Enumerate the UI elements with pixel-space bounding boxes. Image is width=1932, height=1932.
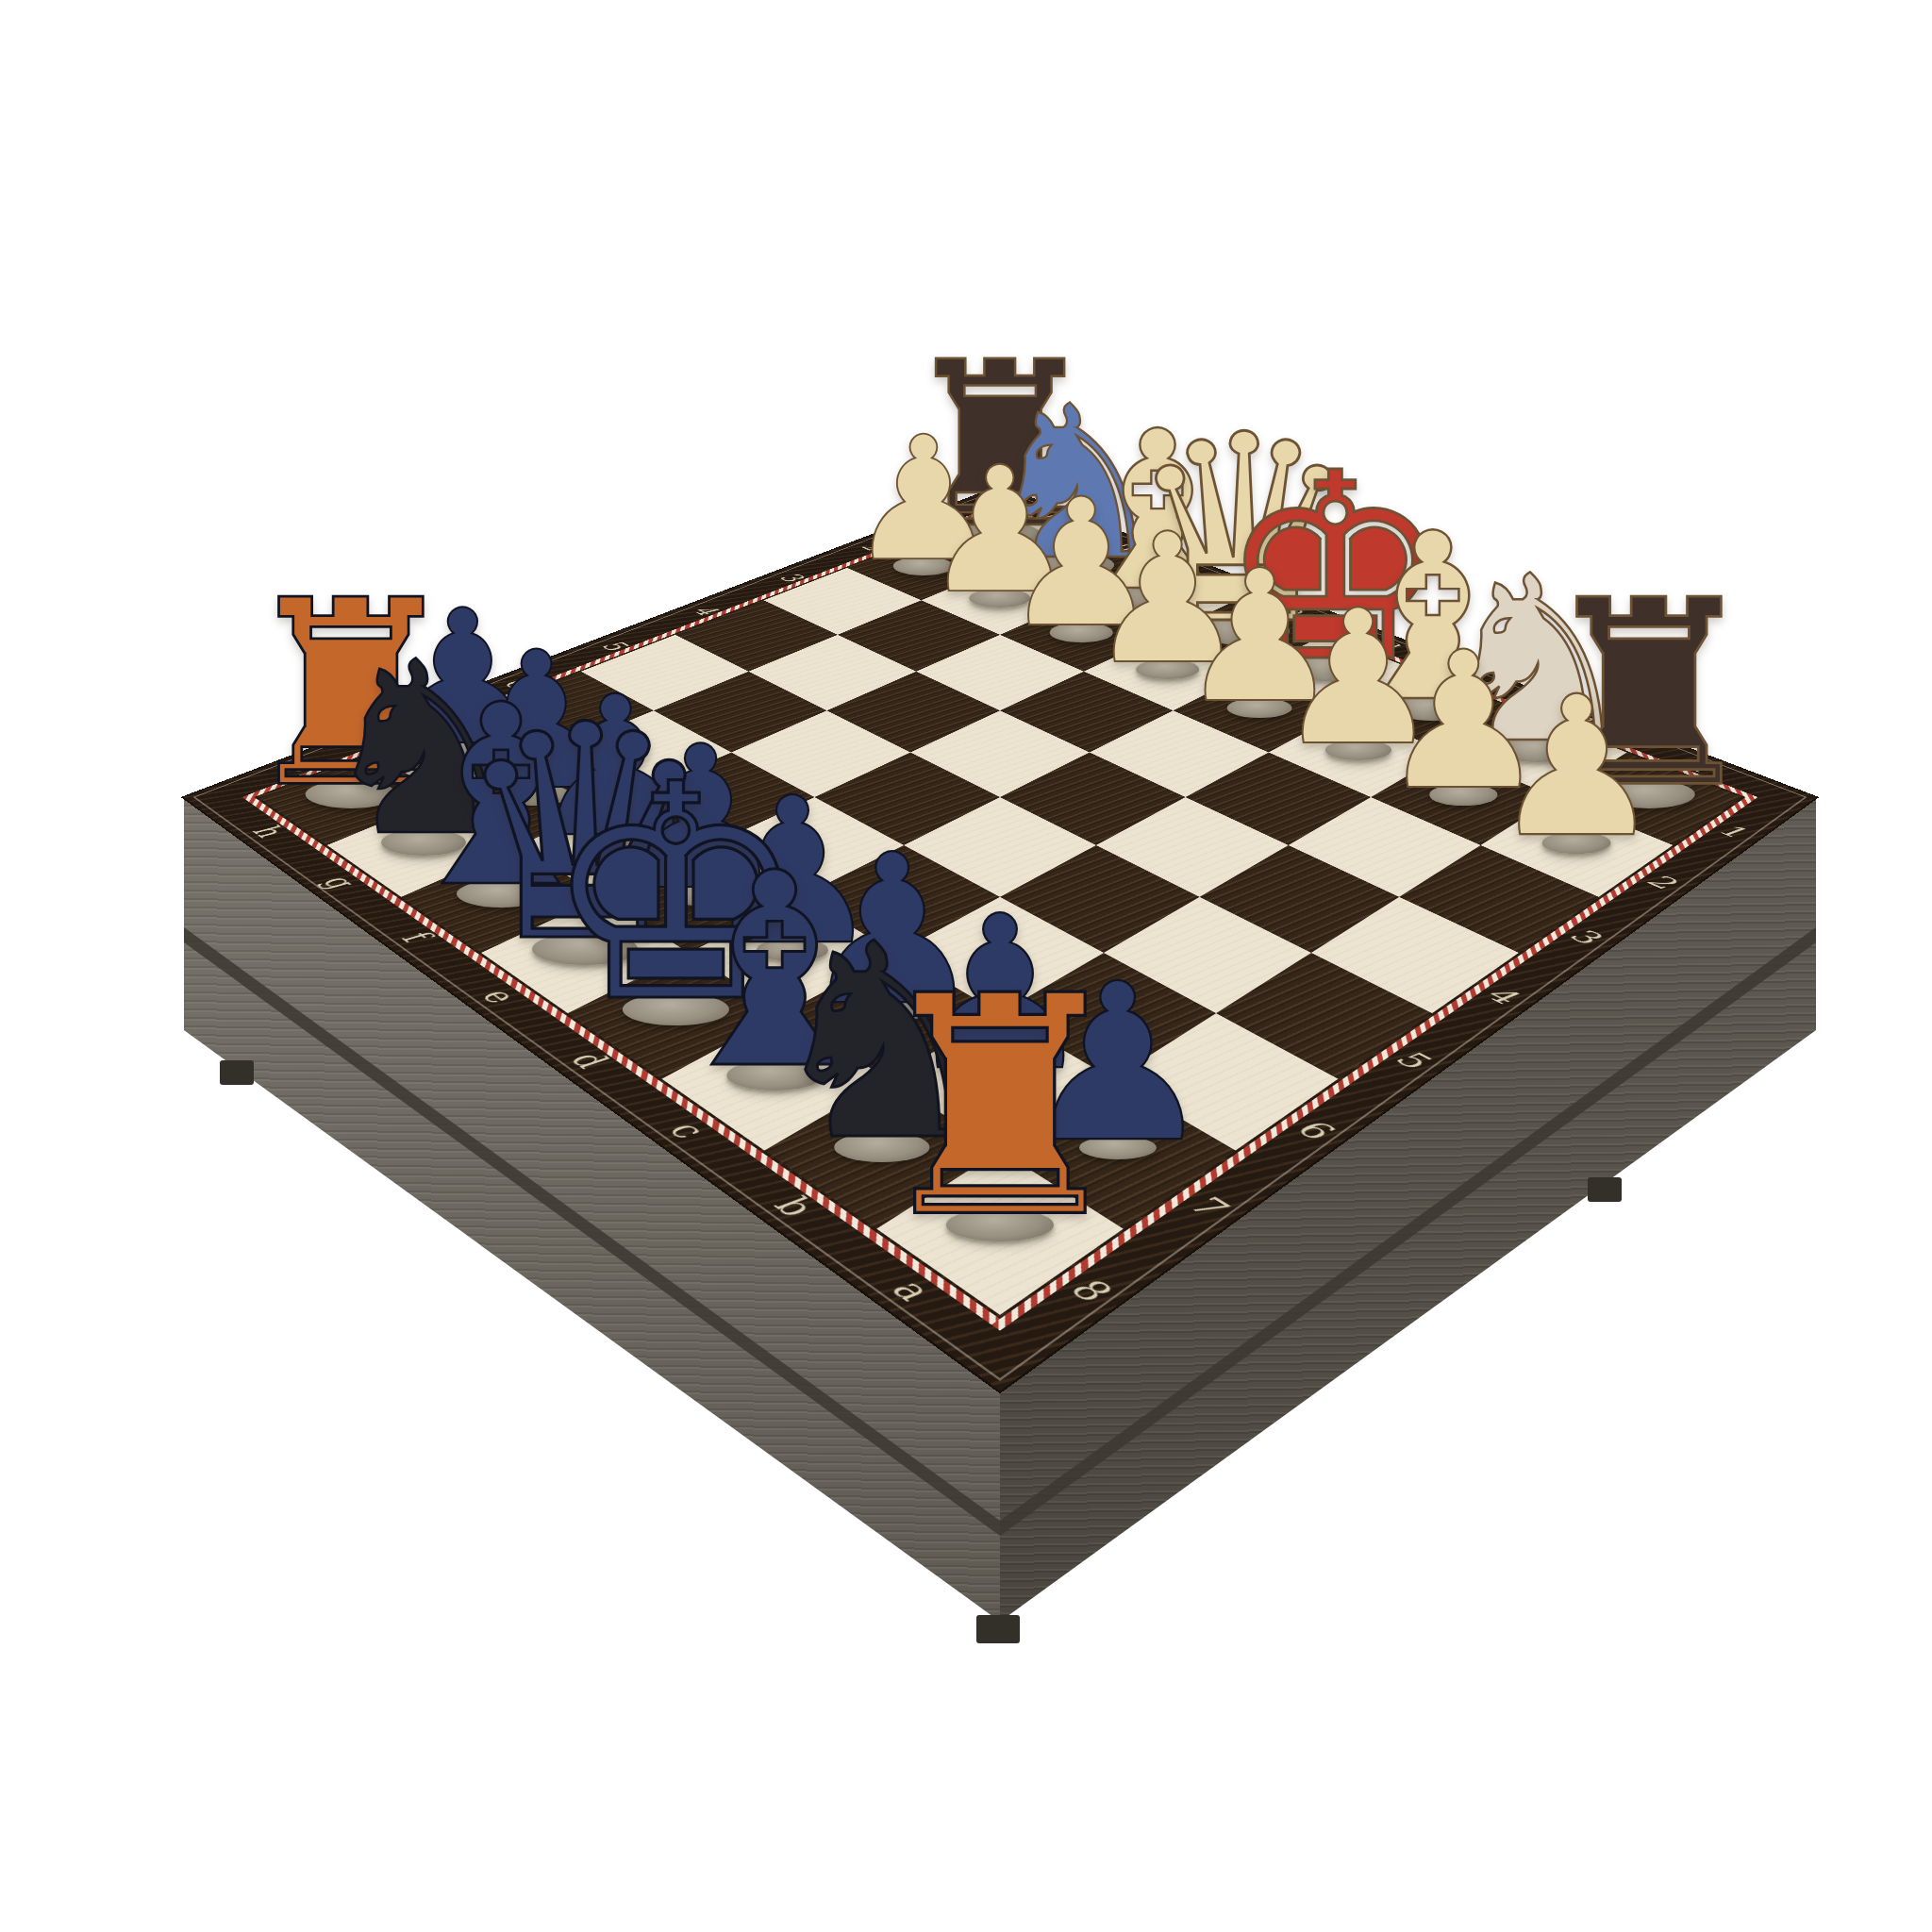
box-foot [220,1060,254,1085]
box-foot [976,1615,1020,1643]
coord-label-4: 4 [1468,975,1536,1014]
scene: hh11gg22ff33ee44dd55cc66bb77aa88 ♜♞♝♚♛♝♞… [0,0,1932,1932]
piece-white-pawn-a2[interactable]: ♟ [1495,682,1658,845]
pawn-icon: ♟ [1491,691,1663,845]
rook-icon: ♜ [864,987,1136,1229]
box-foot [1588,1177,1622,1202]
coord-label-3: 3 [1552,918,1617,954]
piece-black-rook-a8[interactable]: ♜ [872,973,1128,1229]
